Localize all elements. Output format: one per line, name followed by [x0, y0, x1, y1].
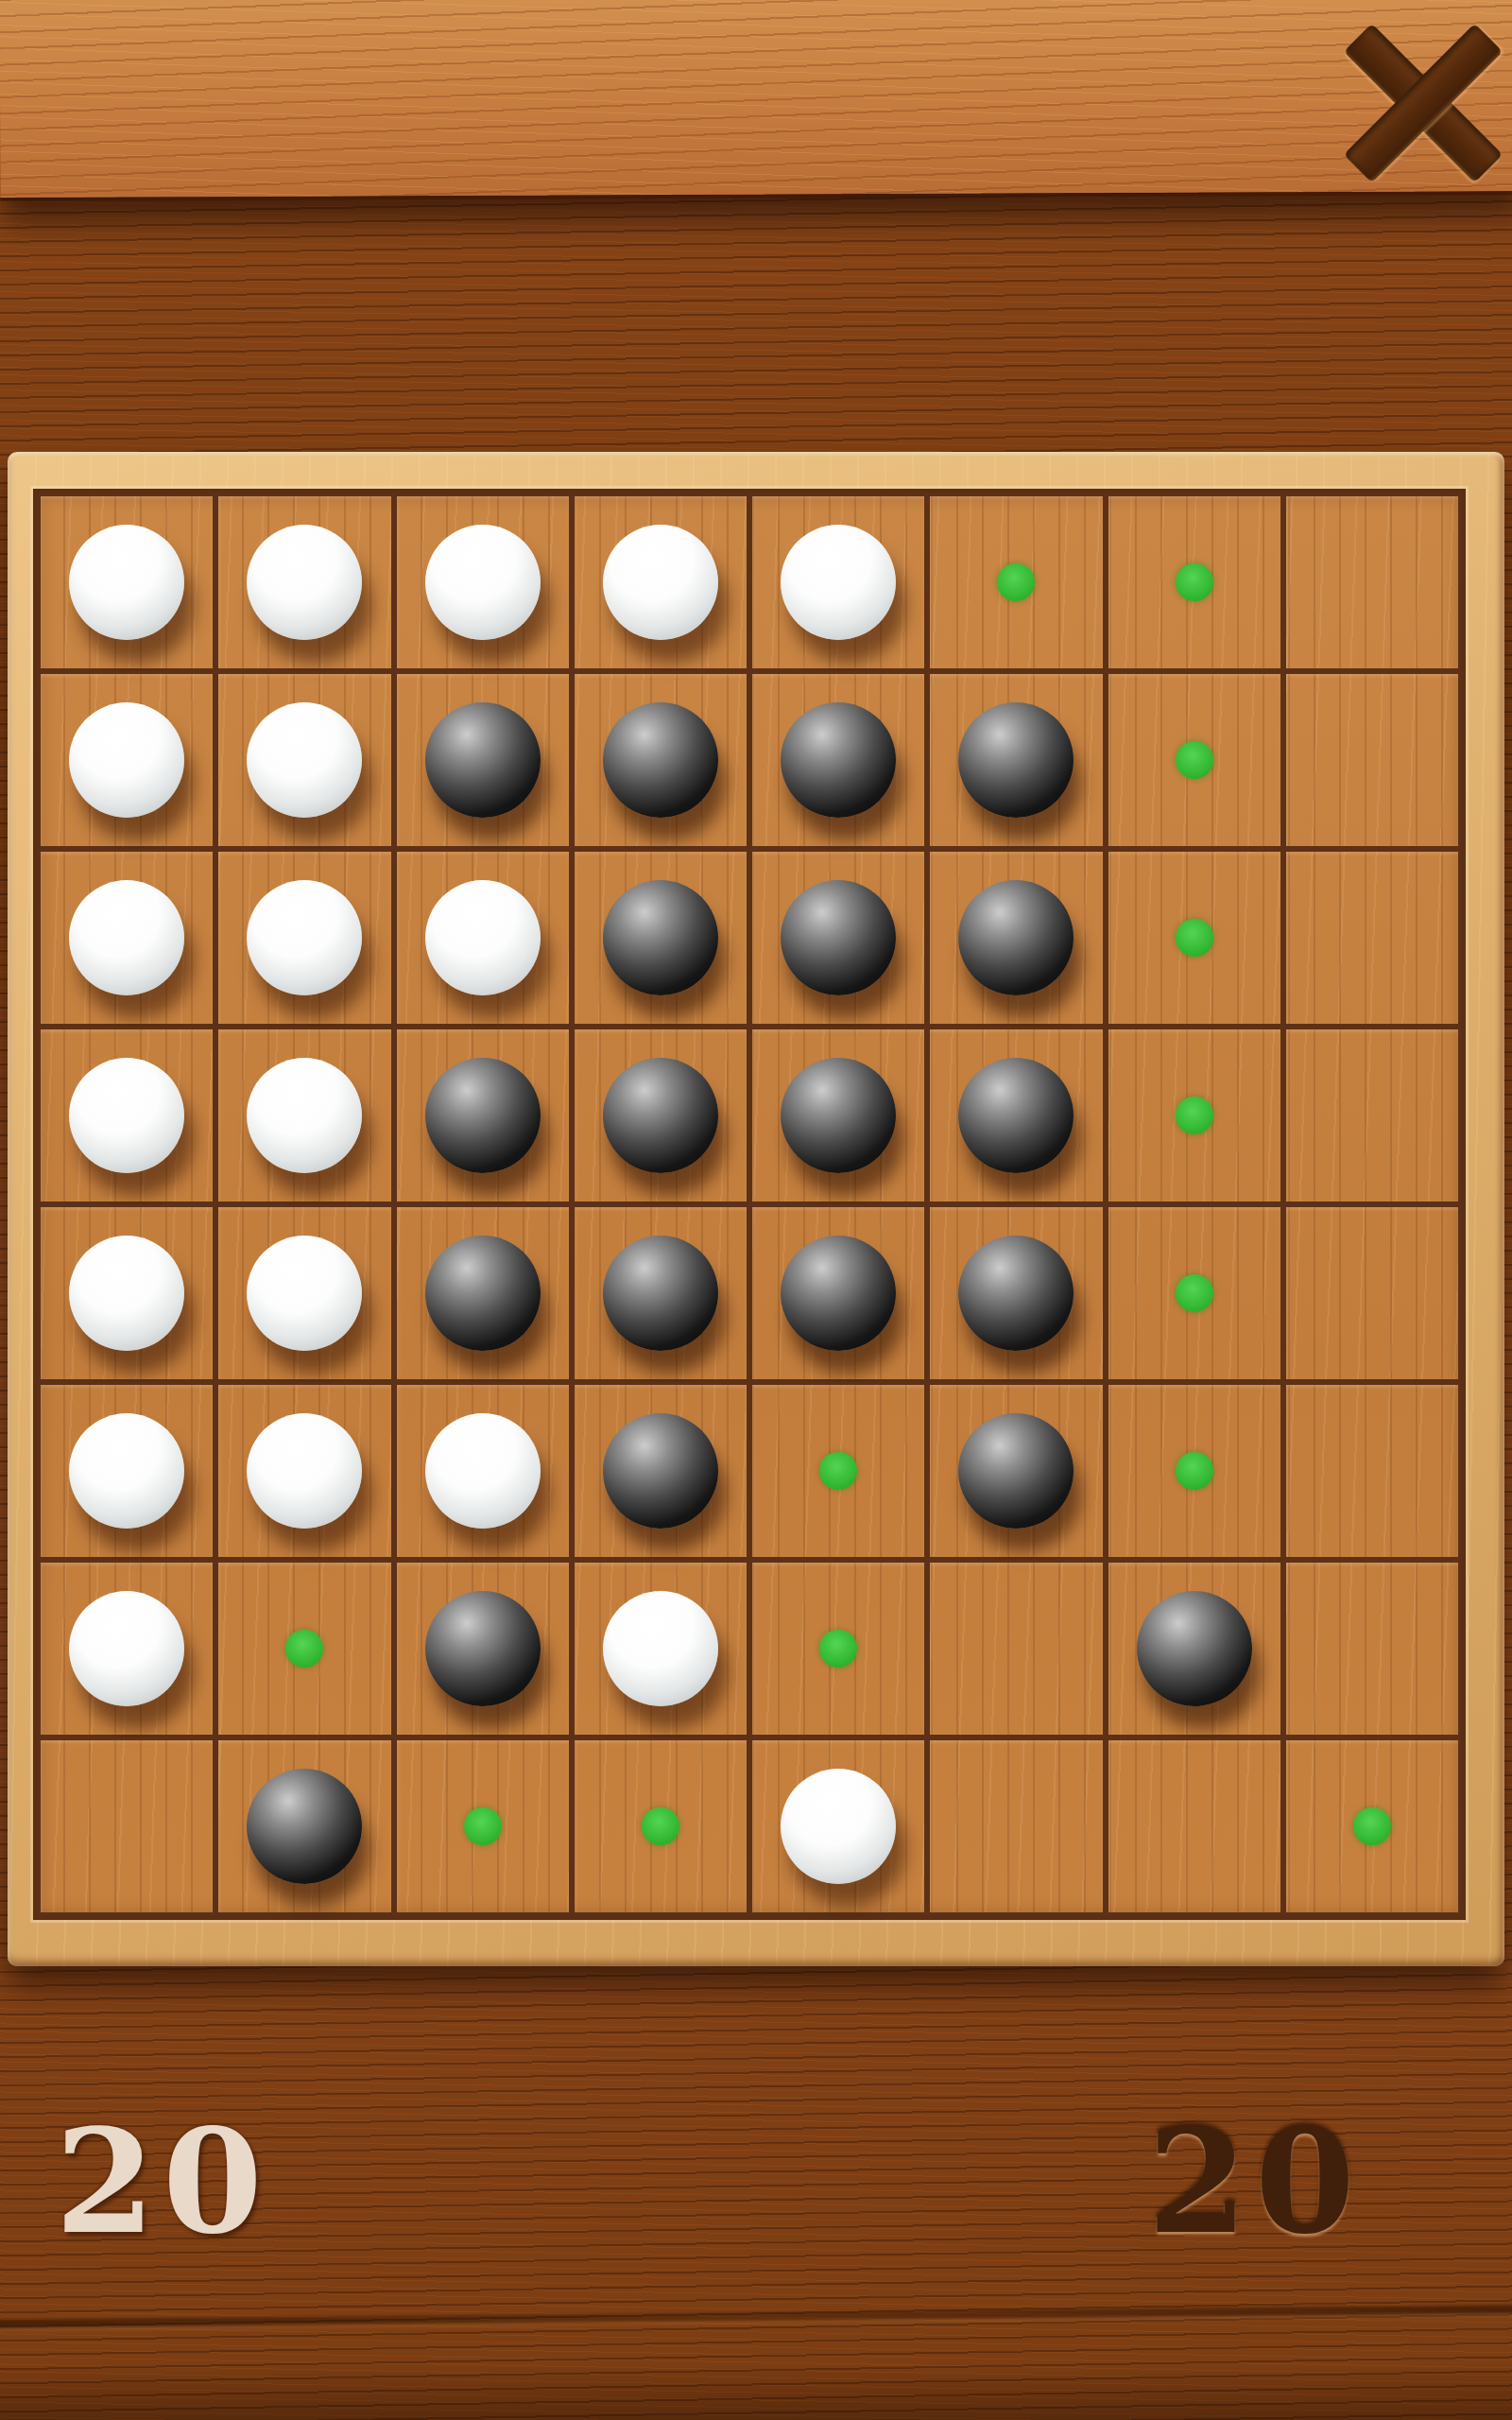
- board-cell[interactable]: [1106, 1382, 1283, 1560]
- black-disc: [781, 880, 896, 995]
- board-cell: [749, 493, 927, 671]
- board-cell: [572, 1027, 749, 1204]
- legal-move-dot[interactable]: [819, 1452, 857, 1490]
- white-disc: [69, 880, 184, 995]
- white-disc: [247, 1236, 362, 1351]
- white-disc: [69, 1413, 184, 1529]
- board-cell: [749, 671, 927, 849]
- board-cell[interactable]: [1283, 671, 1461, 849]
- board-cell[interactable]: [1283, 849, 1461, 1027]
- black-disc: [603, 1236, 718, 1351]
- board-cell: [394, 671, 572, 849]
- board-cell: [1106, 1560, 1283, 1737]
- black-disc: [603, 880, 718, 995]
- board-cell[interactable]: [1106, 849, 1283, 1027]
- white-disc: [781, 525, 896, 640]
- board-cell[interactable]: [1106, 671, 1283, 849]
- board-cell: [927, 1382, 1105, 1560]
- board-cell: [572, 849, 749, 1027]
- legal-move-dot[interactable]: [819, 1630, 857, 1668]
- board-cell: [394, 1382, 572, 1560]
- white-disc: [425, 1413, 541, 1529]
- black-disc: [603, 1058, 718, 1173]
- board-cell[interactable]: [1106, 1204, 1283, 1382]
- board-cell: [394, 1204, 572, 1382]
- black-disc: [958, 702, 1074, 818]
- board-cell[interactable]: [38, 1737, 215, 1915]
- black-disc: [425, 1058, 541, 1173]
- white-disc: [781, 1769, 896, 1884]
- board-cell: [38, 1382, 215, 1560]
- black-disc: [781, 1236, 896, 1351]
- white-disc: [247, 1413, 362, 1529]
- close-button[interactable]: [1344, 23, 1503, 181]
- white-disc: [247, 880, 362, 995]
- white-disc: [425, 880, 541, 995]
- legal-move-dot[interactable]: [642, 1807, 679, 1845]
- black-disc: [603, 1413, 718, 1529]
- game-screen: 20 20: [0, 0, 1512, 2420]
- board-cell: [38, 1560, 215, 1737]
- board-cell: [38, 1027, 215, 1204]
- board-cell[interactable]: [1106, 493, 1283, 671]
- board-cell: [572, 1560, 749, 1737]
- board-cell[interactable]: [1283, 1027, 1461, 1204]
- black-disc: [1137, 1591, 1252, 1706]
- board-cell: [215, 493, 393, 671]
- legal-move-dot[interactable]: [1176, 1097, 1213, 1134]
- board-cell: [572, 1382, 749, 1560]
- legal-move-dot[interactable]: [464, 1807, 502, 1845]
- board-cell: [38, 493, 215, 671]
- board-cell[interactable]: [749, 1382, 927, 1560]
- black-disc: [603, 702, 718, 818]
- legal-move-dot[interactable]: [1176, 1274, 1213, 1312]
- legal-move-dot[interactable]: [1176, 741, 1213, 779]
- board-cell: [215, 1737, 393, 1915]
- white-disc: [69, 525, 184, 640]
- board-cell: [749, 1027, 927, 1204]
- board-cell: [572, 1204, 749, 1382]
- white-disc: [425, 525, 541, 640]
- black-score: 20: [1147, 2110, 1363, 2254]
- black-disc: [425, 1591, 541, 1706]
- board-cell: [749, 849, 927, 1027]
- board-cell: [215, 849, 393, 1027]
- black-disc: [958, 880, 1074, 995]
- board-cell: [38, 849, 215, 1027]
- board-cell: [38, 671, 215, 849]
- board-cell: [215, 1027, 393, 1204]
- board-cell[interactable]: [1106, 1027, 1283, 1204]
- board-cell: [572, 671, 749, 849]
- close-icon: [1344, 23, 1503, 181]
- legal-move-dot[interactable]: [1176, 919, 1213, 957]
- board-cell[interactable]: [1283, 1737, 1461, 1915]
- header-plank: [0, 0, 1512, 198]
- board-cell: [572, 493, 749, 671]
- board-cell: [215, 1204, 393, 1382]
- plank-seam: [0, 2305, 1512, 2328]
- black-disc: [958, 1058, 1074, 1173]
- board-cell[interactable]: [927, 1560, 1105, 1737]
- board-cell: [927, 849, 1105, 1027]
- board-cell[interactable]: [927, 493, 1105, 671]
- white-disc: [603, 1591, 718, 1706]
- black-disc: [958, 1236, 1074, 1351]
- white-disc: [69, 1236, 184, 1351]
- board-cell: [927, 671, 1105, 849]
- board-cell[interactable]: [1283, 493, 1461, 671]
- legal-move-dot[interactable]: [1176, 563, 1213, 601]
- white-disc: [247, 525, 362, 640]
- board-cell: [927, 1027, 1105, 1204]
- black-disc: [781, 1058, 896, 1173]
- black-disc: [958, 1413, 1074, 1529]
- board-cell: [215, 671, 393, 849]
- board-cell: [38, 1204, 215, 1382]
- white-score: 20: [55, 2110, 270, 2254]
- white-disc: [247, 1058, 362, 1173]
- board-cell: [394, 1560, 572, 1737]
- board-cell[interactable]: [749, 1560, 927, 1737]
- legal-move-dot[interactable]: [285, 1630, 323, 1668]
- white-disc: [603, 525, 718, 640]
- board-cell[interactable]: [215, 1560, 393, 1737]
- black-disc: [781, 702, 896, 818]
- board-cell: [215, 1382, 393, 1560]
- black-disc: [425, 1236, 541, 1351]
- white-disc: [247, 702, 362, 818]
- board-cell[interactable]: [572, 1737, 749, 1915]
- white-disc: [69, 702, 184, 818]
- white-disc: [69, 1591, 184, 1706]
- board-cell: [927, 1204, 1105, 1382]
- game-board-frame: [8, 452, 1504, 1966]
- board-cell[interactable]: [1283, 1382, 1461, 1560]
- legal-move-dot[interactable]: [1176, 1452, 1213, 1490]
- legal-move-dot[interactable]: [997, 563, 1035, 601]
- game-board-grid: [33, 489, 1466, 1920]
- board-cell[interactable]: [1106, 1737, 1283, 1915]
- white-disc: [69, 1058, 184, 1173]
- bottom-shading: [0, 2363, 1512, 2420]
- legal-move-dot[interactable]: [1353, 1807, 1391, 1845]
- board-cell: [394, 849, 572, 1027]
- board-cell: [394, 1027, 572, 1204]
- board-cell[interactable]: [1283, 1560, 1461, 1737]
- black-disc: [425, 702, 541, 818]
- board-cell: [749, 1737, 927, 1915]
- black-disc: [247, 1769, 362, 1884]
- board-cell: [749, 1204, 927, 1382]
- board-cell: [394, 493, 572, 671]
- board-cell[interactable]: [394, 1737, 572, 1915]
- board-cell[interactable]: [927, 1737, 1105, 1915]
- board-cell[interactable]: [1283, 1204, 1461, 1382]
